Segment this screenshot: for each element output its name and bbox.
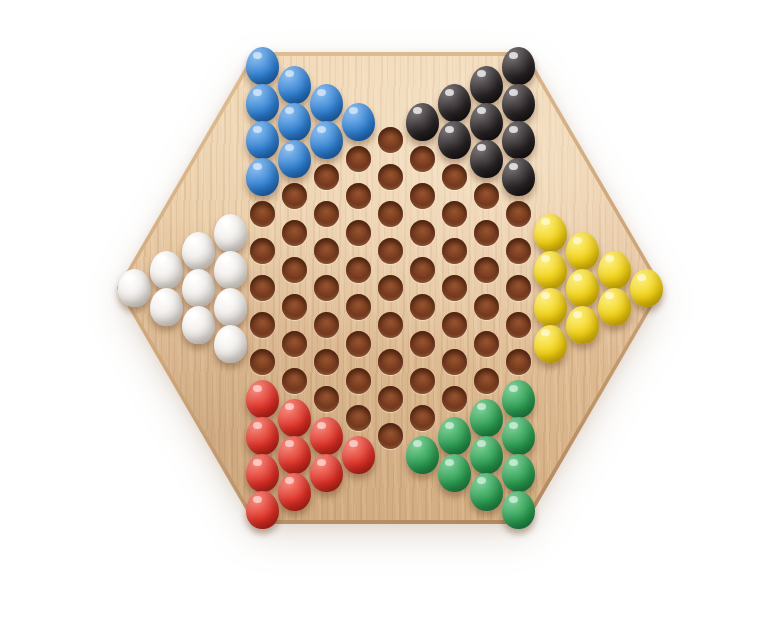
hole[interactable] (442, 201, 467, 227)
peg-black[interactable] (502, 84, 535, 122)
hole[interactable] (474, 257, 499, 283)
peg-red[interactable] (246, 491, 279, 529)
hole[interactable] (314, 349, 339, 375)
peg-white[interactable] (182, 232, 215, 270)
hole[interactable] (410, 368, 435, 394)
peg-yellow[interactable] (566, 269, 599, 307)
peg-white[interactable] (182, 269, 215, 307)
peg-green[interactable] (406, 436, 439, 474)
peg-green[interactable] (438, 417, 471, 455)
hole[interactable] (442, 164, 467, 190)
peg-black[interactable] (438, 121, 471, 159)
hole[interactable] (378, 238, 403, 264)
peg-blue[interactable] (310, 84, 343, 122)
hole[interactable] (282, 183, 307, 209)
peg-red[interactable] (278, 473, 311, 511)
hole[interactable] (314, 386, 339, 412)
hole[interactable] (506, 275, 531, 301)
hole[interactable] (250, 201, 275, 227)
peg-yellow[interactable] (534, 214, 567, 252)
hole[interactable] (442, 275, 467, 301)
peg-white[interactable] (214, 214, 247, 252)
hole[interactable] (410, 405, 435, 431)
hole[interactable] (282, 220, 307, 246)
hole[interactable] (378, 127, 403, 153)
peg-red[interactable] (246, 454, 279, 492)
hole[interactable] (442, 349, 467, 375)
hole[interactable] (442, 238, 467, 264)
hole[interactable] (442, 312, 467, 338)
peg-green[interactable] (502, 454, 535, 492)
hole[interactable] (346, 183, 371, 209)
hole[interactable] (474, 368, 499, 394)
peg-green[interactable] (470, 473, 503, 511)
peg-green[interactable] (502, 380, 535, 418)
peg-green[interactable] (470, 436, 503, 474)
peg-red[interactable] (246, 380, 279, 418)
peg-blue[interactable] (278, 103, 311, 141)
hole[interactable] (474, 331, 499, 357)
peg-white[interactable] (214, 251, 247, 289)
hole[interactable] (506, 349, 531, 375)
peg-red[interactable] (278, 436, 311, 474)
peg-grid (118, 48, 662, 529)
peg-yellow[interactable] (598, 288, 631, 326)
hole[interactable] (346, 220, 371, 246)
peg-yellow[interactable] (534, 288, 567, 326)
hole[interactable] (506, 312, 531, 338)
hole[interactable] (378, 164, 403, 190)
hole[interactable] (442, 386, 467, 412)
hole[interactable] (474, 294, 499, 320)
peg-green[interactable] (502, 417, 535, 455)
peg-white[interactable] (150, 288, 183, 326)
hole[interactable] (378, 423, 403, 449)
peg-blue[interactable] (278, 140, 311, 178)
hole[interactable] (506, 201, 531, 227)
peg-yellow[interactable] (630, 269, 663, 307)
peg-black[interactable] (502, 158, 535, 196)
peg-black[interactable] (502, 47, 535, 85)
hole[interactable] (378, 275, 403, 301)
hole[interactable] (378, 201, 403, 227)
hole[interactable] (378, 349, 403, 375)
peg-blue[interactable] (246, 47, 279, 85)
hole[interactable] (250, 312, 275, 338)
hole[interactable] (378, 312, 403, 338)
peg-red[interactable] (310, 417, 343, 455)
hole[interactable] (282, 368, 307, 394)
hole[interactable] (250, 349, 275, 375)
peg-white[interactable] (214, 325, 247, 363)
peg-blue[interactable] (246, 84, 279, 122)
hole[interactable] (314, 164, 339, 190)
peg-red[interactable] (310, 454, 343, 492)
peg-red[interactable] (342, 436, 375, 474)
peg-white[interactable] (214, 288, 247, 326)
peg-black[interactable] (502, 121, 535, 159)
hole[interactable] (410, 183, 435, 209)
peg-red[interactable] (278, 399, 311, 437)
hole[interactable] (410, 146, 435, 172)
hole[interactable] (250, 275, 275, 301)
peg-black[interactable] (470, 66, 503, 104)
peg-blue[interactable] (310, 121, 343, 159)
peg-blue[interactable] (246, 158, 279, 196)
hole[interactable] (346, 294, 371, 320)
peg-black[interactable] (470, 103, 503, 141)
peg-white[interactable] (150, 251, 183, 289)
hole[interactable] (410, 294, 435, 320)
hole[interactable] (410, 257, 435, 283)
hole[interactable] (506, 238, 531, 264)
peg-yellow[interactable] (566, 232, 599, 270)
hole[interactable] (282, 331, 307, 357)
hole[interactable] (314, 238, 339, 264)
hole[interactable] (314, 312, 339, 338)
peg-yellow[interactable] (598, 251, 631, 289)
hole[interactable] (410, 220, 435, 246)
hole[interactable] (346, 405, 371, 431)
hole[interactable] (282, 294, 307, 320)
peg-yellow[interactable] (534, 325, 567, 363)
hole[interactable] (474, 220, 499, 246)
hole[interactable] (346, 368, 371, 394)
hole[interactable] (314, 275, 339, 301)
peg-black[interactable] (438, 84, 471, 122)
peg-black[interactable] (406, 103, 439, 141)
peg-red[interactable] (246, 417, 279, 455)
chinese-checkers-scene (0, 0, 760, 618)
peg-blue[interactable] (278, 66, 311, 104)
peg-white[interactable] (118, 269, 151, 307)
peg-blue[interactable] (342, 103, 375, 141)
hole[interactable] (282, 257, 307, 283)
peg-white[interactable] (182, 306, 215, 344)
peg-yellow[interactable] (566, 306, 599, 344)
peg-green[interactable] (438, 454, 471, 492)
hole[interactable] (378, 386, 403, 412)
peg-green[interactable] (502, 491, 535, 529)
hole[interactable] (346, 257, 371, 283)
hole[interactable] (250, 238, 275, 264)
hole[interactable] (474, 183, 499, 209)
hole[interactable] (314, 201, 339, 227)
peg-blue[interactable] (246, 121, 279, 159)
peg-black[interactable] (470, 140, 503, 178)
peg-yellow[interactable] (534, 251, 567, 289)
hole[interactable] (346, 146, 371, 172)
peg-green[interactable] (470, 399, 503, 437)
hole[interactable] (410, 331, 435, 357)
hole[interactable] (346, 331, 371, 357)
